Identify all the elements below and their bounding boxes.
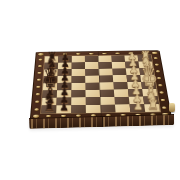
square-h6[interactable] bbox=[71, 105, 86, 113]
frame-ornament-icon bbox=[129, 52, 133, 54]
frame-ornament-icon bbox=[162, 107, 167, 109]
frame-ornament-icon bbox=[159, 91, 164, 93]
square-h2[interactable]: ♟ bbox=[130, 104, 146, 112]
frame-ornament-icon bbox=[38, 53, 43, 56]
frame-ornament-icon bbox=[37, 79, 41, 81]
square-h4[interactable] bbox=[100, 105, 115, 113]
frame-ornament-icon bbox=[102, 53, 106, 55]
square-f3[interactable] bbox=[114, 89, 129, 97]
frame-ornament-icon bbox=[116, 52, 120, 54]
white-pawn-h2[interactable]: ♟ bbox=[133, 101, 143, 112]
frame-ornament-icon bbox=[34, 108, 39, 110]
frame-ornament-icon bbox=[37, 72, 41, 74]
case-edge-seam bbox=[102, 117, 103, 127]
frame-ornament-icon bbox=[152, 52, 158, 55]
frame-ornament-icon bbox=[38, 65, 42, 67]
frame-ornament-icon bbox=[36, 86, 40, 88]
square-g6[interactable] bbox=[71, 97, 86, 105]
square-h5[interactable] bbox=[86, 105, 101, 113]
square-g5[interactable] bbox=[86, 97, 101, 105]
black-pawn-h7[interactable]: ♟ bbox=[59, 102, 69, 113]
frame-ornament-icon bbox=[89, 53, 93, 55]
frame-ornament-icon bbox=[156, 70, 160, 72]
square-h7[interactable]: ♟ bbox=[56, 105, 71, 113]
white-rook-h1[interactable]: ♜ bbox=[147, 99, 159, 112]
frame-ornament-icon bbox=[63, 53, 67, 55]
frame-ornament-icon bbox=[50, 53, 54, 55]
square-h1[interactable]: ♜ bbox=[144, 104, 160, 112]
chess-board: ♜♟♟♜♞♟♟♞♝♟♟♝♛♟♟♛♚♟♟♚♝♟♟♝♞♟♟♞♜♟♟♜ bbox=[31, 51, 171, 119]
frame-ornament-icon bbox=[142, 52, 146, 54]
product-photo: ♜♟♟♜♞♟♟♞♝♟♟♝♛♟♟♛♚♟♟♚♝♟♟♝♞♟♟♞♜♟♟♜ bbox=[0, 0, 180, 180]
square-h8[interactable]: ♜ bbox=[41, 105, 56, 113]
square-g3[interactable] bbox=[114, 97, 129, 105]
frame-ornament-icon bbox=[158, 84, 163, 86]
frame-ornament-icon bbox=[36, 93, 40, 95]
frame-ornament-icon bbox=[157, 77, 162, 79]
frame-ornament-icon bbox=[76, 53, 80, 55]
square-g4[interactable] bbox=[100, 97, 115, 105]
frame-ornament-icon bbox=[35, 101, 40, 103]
brass-latch-icon bbox=[169, 103, 175, 112]
frame-ornament-icon bbox=[155, 64, 159, 66]
square-h3[interactable] bbox=[115, 104, 130, 112]
frame-ornament-icon bbox=[161, 99, 166, 101]
black-rook-h8[interactable]: ♜ bbox=[43, 100, 55, 113]
case-front-edge bbox=[29, 114, 174, 129]
frame-ornament-icon bbox=[38, 59, 42, 61]
frame-ornament-icon bbox=[154, 57, 158, 59]
